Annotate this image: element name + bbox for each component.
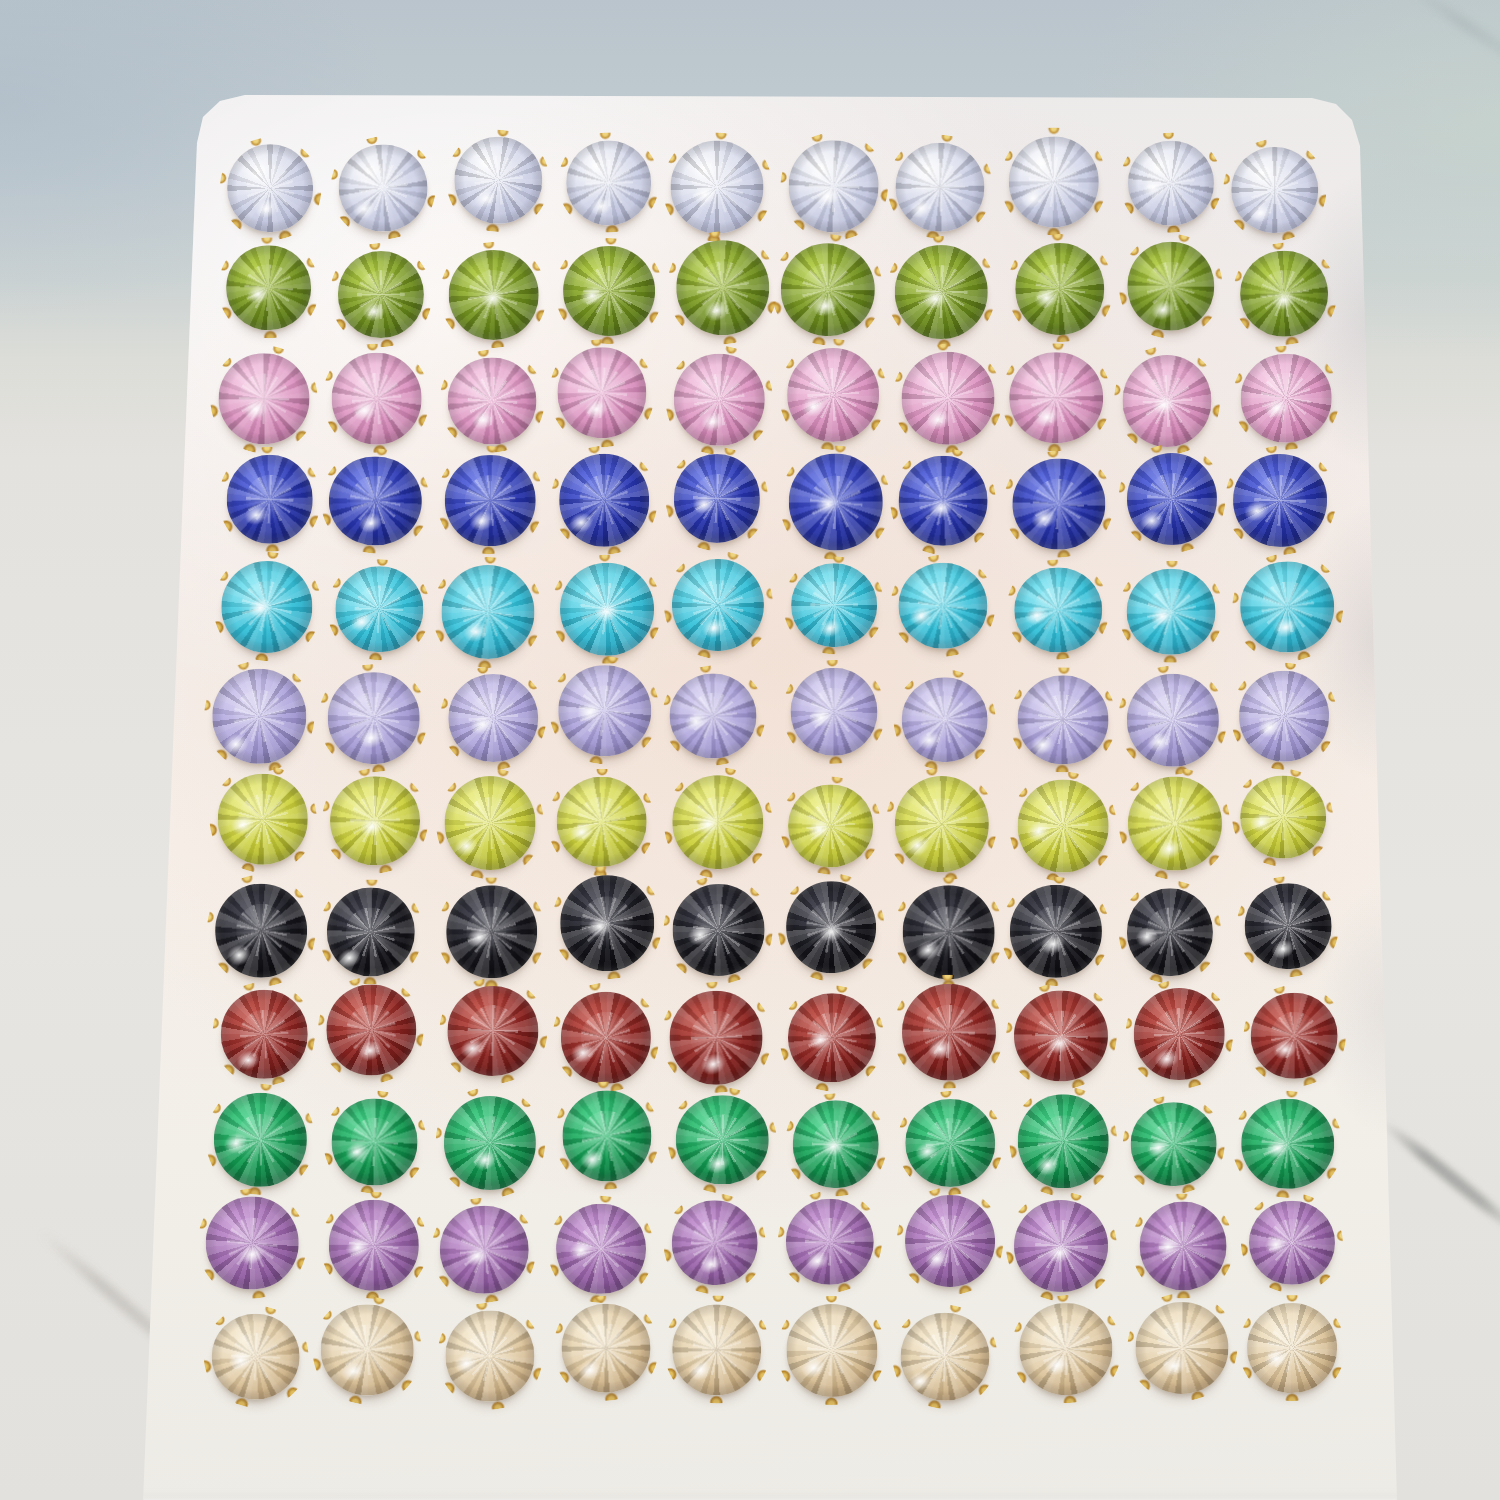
- amethyst-purple-gem: [1014, 1200, 1108, 1292]
- canary-yellow-gem: [445, 776, 536, 870]
- stud-earring-amethyst-purple-8: [1014, 1200, 1108, 1292]
- stud-earring-olive-peridot-6: [781, 243, 875, 337]
- stud-earring-champagne-8: [1020, 1303, 1113, 1395]
- stud-earring-garnet-red-9: [1134, 988, 1225, 1080]
- emerald-green-gem: [676, 1095, 769, 1184]
- aqua-turquoise-gem: [898, 562, 987, 649]
- pink-gem: [787, 348, 879, 442]
- stud-earring-pink-5: [674, 354, 764, 447]
- canary-yellow-gem: [895, 776, 989, 872]
- pink-gem: [1009, 352, 1103, 443]
- stud-earring-royal-blue-1: [227, 455, 314, 544]
- clear-crystal-gem: [339, 144, 428, 231]
- stud-earring-aqua-turquoise-10: [1241, 562, 1335, 653]
- amethyst-purple-gem: [556, 1204, 646, 1294]
- clear-crystal-gem: [566, 141, 652, 226]
- olive-peridot-gem: [1127, 242, 1214, 331]
- stud-earring-canary-yellow-9: [1128, 776, 1222, 871]
- stud-earring-champagne-10: [1247, 1303, 1337, 1393]
- garnet-red-gem: [561, 992, 651, 1085]
- stud-earring-emerald-green-4: [562, 1090, 651, 1181]
- stud-earring-canary-yellow-10: [1240, 776, 1326, 859]
- stud-earring-pink-9: [1123, 355, 1212, 447]
- emerald-green-gem: [1130, 1102, 1217, 1186]
- stud-earring-aqua-turquoise-2: [336, 566, 423, 652]
- lavender-gem: [1018, 675, 1109, 764]
- stud-earring-lavender-10: [1239, 671, 1329, 762]
- clear-crystal-gem: [896, 143, 985, 231]
- amethyst-purple-gem: [328, 1200, 418, 1290]
- stud-earring-pink-2: [331, 352, 422, 445]
- earring-stud-grid: [0, 0, 1500, 1500]
- stud-earring-clear-crystal-9: [1128, 141, 1214, 226]
- lavender-gem: [1239, 671, 1329, 762]
- olive-peridot-gem: [338, 251, 424, 339]
- royal-blue-gem: [899, 456, 988, 546]
- stud-earring-olive-peridot-10: [1241, 250, 1329, 337]
- stud-earring-olive-peridot-7: [895, 245, 987, 339]
- pink-gem: [901, 352, 994, 444]
- emerald-green-gem: [444, 1096, 536, 1190]
- aqua-turquoise-gem: [336, 566, 423, 652]
- stud-earring-canary-yellow-5: [672, 776, 763, 870]
- stud-earring-lavender-6: [790, 668, 877, 756]
- stud-earring-pink-4: [557, 347, 646, 439]
- stud-earring-royal-blue-4: [559, 454, 649, 547]
- stud-earring-aqua-turquoise-3: [441, 565, 534, 659]
- stud-earring-champagne-2: [321, 1305, 414, 1396]
- stud-earring-champagne-7: [900, 1312, 989, 1400]
- royal-blue-gem: [329, 456, 421, 545]
- canary-yellow-gem: [672, 776, 763, 870]
- stud-earring-royal-blue-9: [1127, 452, 1217, 544]
- garnet-red-gem: [1014, 991, 1108, 1082]
- jet-black-gem: [1127, 889, 1213, 976]
- stud-earring-jet-black-2: [326, 887, 414, 976]
- stud-earring-clear-crystal-7: [896, 143, 985, 231]
- stud-earring-clear-crystal-2: [339, 144, 428, 231]
- stud-earring-amethyst-purple-5: [671, 1201, 758, 1286]
- champagne-gem: [321, 1305, 414, 1396]
- lavender-gem: [449, 674, 538, 762]
- stud-earring-champagne-3: [445, 1311, 534, 1402]
- stud-earring-champagne-9: [1136, 1302, 1229, 1394]
- stud-earring-amethyst-purple-9: [1139, 1202, 1226, 1291]
- stud-earring-olive-peridot-2: [338, 251, 424, 339]
- stud-earring-garnet-red-4: [561, 992, 651, 1085]
- stud-earring-pink-7: [901, 352, 994, 444]
- stud-earring-pink-3: [448, 357, 537, 444]
- stud-earring-lavender-4: [558, 665, 652, 757]
- champagne-gem: [900, 1312, 989, 1400]
- champagne-gem: [211, 1313, 300, 1400]
- stud-earring-garnet-red-5: [670, 990, 763, 1084]
- royal-blue-gem: [445, 455, 536, 547]
- stud-earring-emerald-green-2: [331, 1098, 418, 1185]
- emerald-green-gem: [792, 1101, 879, 1188]
- stud-earring-canary-yellow-3: [445, 776, 536, 870]
- stud-earring-jet-black-3: [446, 885, 538, 978]
- stud-earring-aqua-turquoise-5: [672, 559, 764, 651]
- champagne-gem: [445, 1311, 534, 1402]
- lavender-gem: [670, 673, 757, 758]
- stud-earring-champagne-4: [562, 1304, 651, 1393]
- lavender-gem: [1127, 674, 1219, 767]
- stud-earring-amethyst-purple-4: [556, 1204, 646, 1294]
- olive-peridot-gem: [226, 245, 312, 330]
- stud-earring-jet-black-8: [1010, 885, 1102, 977]
- jet-black-gem: [216, 883, 308, 978]
- canary-yellow-gem: [218, 774, 309, 865]
- lavender-gem: [901, 677, 988, 762]
- stud-earring-clear-crystal-5: [671, 141, 764, 234]
- stud-earring-garnet-red-1: [221, 990, 308, 1078]
- stud-earring-garnet-red-8: [1014, 991, 1108, 1082]
- jet-black-gem: [1245, 884, 1332, 970]
- olive-peridot-gem: [781, 243, 875, 337]
- aqua-turquoise-gem: [221, 561, 312, 653]
- aqua-turquoise-gem: [672, 559, 764, 651]
- amethyst-purple-gem: [1139, 1202, 1226, 1291]
- stud-earring-lavender-5: [670, 673, 757, 758]
- stud-earring-aqua-turquoise-1: [221, 561, 312, 653]
- olive-peridot-gem: [895, 245, 987, 339]
- stud-earring-lavender-7: [901, 677, 988, 762]
- canary-yellow-gem: [330, 776, 420, 865]
- clear-crystal-gem: [1128, 141, 1214, 226]
- stud-earring-emerald-green-6: [792, 1101, 879, 1188]
- lavender-gem: [790, 668, 877, 756]
- stud-earring-royal-blue-7: [899, 456, 988, 546]
- champagne-gem: [786, 1304, 877, 1396]
- stud-earring-pink-1: [218, 353, 309, 444]
- stud-earring-aqua-turquoise-9: [1127, 569, 1216, 656]
- stud-earring-lavender-3: [449, 674, 538, 762]
- amethyst-purple-gem: [206, 1197, 299, 1290]
- stud-earring-clear-crystal-3: [455, 137, 542, 223]
- lavender-gem: [213, 669, 306, 763]
- pink-gem: [448, 357, 537, 444]
- garnet-red-gem: [1134, 988, 1225, 1080]
- stud-earring-royal-blue-6: [789, 454, 883, 551]
- stud-earring-pink-8: [1009, 352, 1103, 443]
- jet-black-gem: [326, 887, 414, 976]
- garnet-red-gem: [448, 986, 539, 1076]
- stud-earring-royal-blue-3: [445, 455, 536, 547]
- royal-blue-gem: [227, 455, 314, 544]
- stud-earring-olive-peridot-3: [448, 250, 539, 340]
- jet-black-gem: [672, 884, 765, 976]
- amethyst-purple-gem: [1249, 1200, 1335, 1284]
- stud-earring-royal-blue-2: [329, 456, 421, 545]
- stud-earring-royal-blue-5: [674, 454, 760, 542]
- stud-earring-garnet-red-3: [448, 986, 539, 1076]
- stud-earring-amethyst-purple-1: [206, 1197, 299, 1290]
- stud-earring-amethyst-purple-7: [905, 1195, 995, 1287]
- stud-earring-lavender-9: [1127, 674, 1219, 767]
- stud-earring-pink-10: [1241, 354, 1332, 443]
- canary-yellow-gem: [1018, 780, 1109, 873]
- amethyst-purple-gem: [671, 1201, 758, 1286]
- jet-black-gem: [786, 881, 876, 973]
- garnet-red-gem: [902, 984, 996, 1081]
- stud-earring-aqua-turquoise-6: [791, 563, 877, 646]
- pink-gem: [331, 352, 422, 445]
- canary-yellow-gem: [788, 784, 874, 867]
- stud-earring-canary-yellow-8: [1018, 780, 1109, 873]
- champagne-gem: [1247, 1303, 1337, 1393]
- stud-earring-royal-blue-10: [1233, 454, 1327, 546]
- stud-earring-olive-peridot-5: [676, 240, 770, 336]
- amethyst-purple-gem: [786, 1199, 874, 1285]
- aqua-turquoise-gem: [791, 563, 877, 646]
- jet-black-gem: [902, 886, 995, 979]
- champagne-gem: [562, 1304, 651, 1393]
- clear-crystal-gem: [788, 141, 879, 232]
- clear-crystal-gem: [671, 141, 764, 234]
- emerald-green-gem: [331, 1098, 418, 1185]
- pink-gem: [557, 347, 646, 439]
- garnet-red-gem: [788, 993, 876, 1082]
- jet-black-gem: [446, 885, 538, 978]
- champagne-gem: [1136, 1302, 1229, 1394]
- emerald-green-gem: [214, 1093, 306, 1187]
- pink-gem: [1241, 354, 1332, 443]
- stud-earring-jet-black-9: [1127, 889, 1213, 976]
- stud-earring-canary-yellow-4: [556, 777, 647, 867]
- pink-gem: [1123, 355, 1212, 447]
- stud-earring-jet-black-10: [1245, 884, 1332, 970]
- stud-earring-jet-black-7: [902, 886, 995, 979]
- stud-earring-aqua-turquoise-8: [1014, 567, 1102, 652]
- stud-earring-amethyst-purple-2: [328, 1200, 418, 1290]
- stud-earring-lavender-8: [1018, 675, 1109, 764]
- stud-earring-clear-crystal-6: [788, 141, 879, 232]
- royal-blue-gem: [1233, 454, 1327, 546]
- stud-earring-canary-yellow-1: [218, 774, 309, 865]
- stud-earring-amethyst-purple-10: [1249, 1200, 1335, 1284]
- stud-earring-clear-crystal-10: [1231, 147, 1318, 233]
- canary-yellow-gem: [1240, 776, 1326, 859]
- clear-crystal-gem: [227, 145, 313, 233]
- stud-earring-garnet-red-6: [788, 993, 876, 1082]
- stud-earring-emerald-green-9: [1130, 1102, 1217, 1186]
- aqua-turquoise-gem: [560, 563, 654, 655]
- olive-peridot-gem: [676, 240, 770, 336]
- royal-blue-gem: [559, 454, 649, 547]
- garnet-red-gem: [221, 990, 308, 1078]
- stud-earring-olive-peridot-8: [1015, 243, 1104, 335]
- stud-earring-emerald-green-8: [1018, 1095, 1109, 1188]
- royal-blue-gem: [1012, 459, 1105, 550]
- aqua-turquoise-gem: [1241, 562, 1335, 653]
- jet-black-gem: [560, 875, 654, 971]
- garnet-red-gem: [670, 990, 763, 1084]
- stud-earring-jet-black-5: [672, 884, 765, 976]
- stud-earring-lavender-2: [327, 672, 420, 764]
- aqua-turquoise-gem: [441, 565, 534, 659]
- stud-earring-canary-yellow-2: [330, 776, 420, 865]
- pink-gem: [674, 354, 764, 447]
- royal-blue-gem: [674, 454, 760, 542]
- stud-earring-clear-crystal-4: [566, 141, 652, 226]
- garnet-red-gem: [327, 984, 416, 1075]
- stud-earring-canary-yellow-7: [895, 776, 989, 872]
- canary-yellow-gem: [556, 777, 647, 867]
- lavender-gem: [558, 665, 652, 757]
- emerald-green-gem: [1241, 1099, 1335, 1189]
- stud-earring-jet-black-6: [786, 881, 876, 973]
- champagne-gem: [672, 1304, 762, 1395]
- olive-peridot-gem: [448, 250, 539, 340]
- clear-crystal-gem: [1009, 136, 1099, 227]
- stud-earring-emerald-green-7: [906, 1099, 995, 1187]
- stud-earring-pink-6: [787, 348, 879, 442]
- pink-gem: [218, 353, 309, 444]
- stud-earring-canary-yellow-6: [788, 784, 874, 867]
- stud-earring-emerald-green-5: [676, 1095, 769, 1184]
- stud-earring-aqua-turquoise-4: [560, 563, 654, 655]
- stud-earring-olive-peridot-9: [1127, 242, 1214, 331]
- stud-earring-clear-crystal-1: [227, 145, 313, 233]
- stud-earring-garnet-red-2: [327, 984, 416, 1075]
- stud-earring-emerald-green-10: [1241, 1099, 1335, 1189]
- clear-crystal-gem: [1231, 147, 1318, 233]
- stud-earring-amethyst-purple-3: [440, 1205, 529, 1294]
- stud-earring-jet-black-4: [560, 875, 654, 971]
- stud-earring-clear-crystal-8: [1009, 136, 1099, 227]
- stud-earring-emerald-green-1: [214, 1093, 306, 1187]
- stud-earring-jet-black-1: [216, 883, 308, 978]
- stud-earring-champagne-6: [786, 1304, 877, 1396]
- aqua-turquoise-gem: [1014, 567, 1102, 652]
- aqua-turquoise-gem: [1127, 569, 1216, 656]
- olive-peridot-gem: [563, 246, 655, 336]
- stud-earring-lavender-1: [213, 669, 306, 763]
- stud-earring-amethyst-purple-6: [786, 1199, 874, 1285]
- emerald-green-gem: [1018, 1095, 1109, 1188]
- stud-earring-aqua-turquoise-7: [898, 562, 987, 649]
- stud-earring-olive-peridot-4: [563, 246, 655, 336]
- olive-peridot-gem: [1015, 243, 1104, 335]
- amethyst-purple-gem: [440, 1205, 529, 1294]
- stud-earring-champagne-1: [211, 1313, 300, 1400]
- amethyst-purple-gem: [905, 1195, 995, 1287]
- royal-blue-gem: [789, 454, 883, 551]
- stud-earring-olive-peridot-1: [226, 245, 312, 330]
- garnet-red-gem: [1251, 993, 1338, 1079]
- stud-earring-champagne-5: [672, 1304, 762, 1395]
- champagne-gem: [1020, 1303, 1113, 1395]
- royal-blue-gem: [1127, 452, 1217, 544]
- jet-black-gem: [1010, 885, 1102, 977]
- lavender-gem: [327, 672, 420, 764]
- stud-earring-emerald-green-3: [444, 1096, 536, 1190]
- stud-earring-garnet-red-7: [902, 984, 996, 1081]
- olive-peridot-gem: [1241, 250, 1329, 337]
- emerald-green-gem: [906, 1099, 995, 1187]
- emerald-green-gem: [562, 1090, 651, 1181]
- stud-earring-royal-blue-8: [1012, 459, 1105, 550]
- stud-earring-garnet-red-10: [1251, 993, 1338, 1079]
- canary-yellow-gem: [1128, 776, 1222, 871]
- jewelry-display-photo: [0, 0, 1500, 1500]
